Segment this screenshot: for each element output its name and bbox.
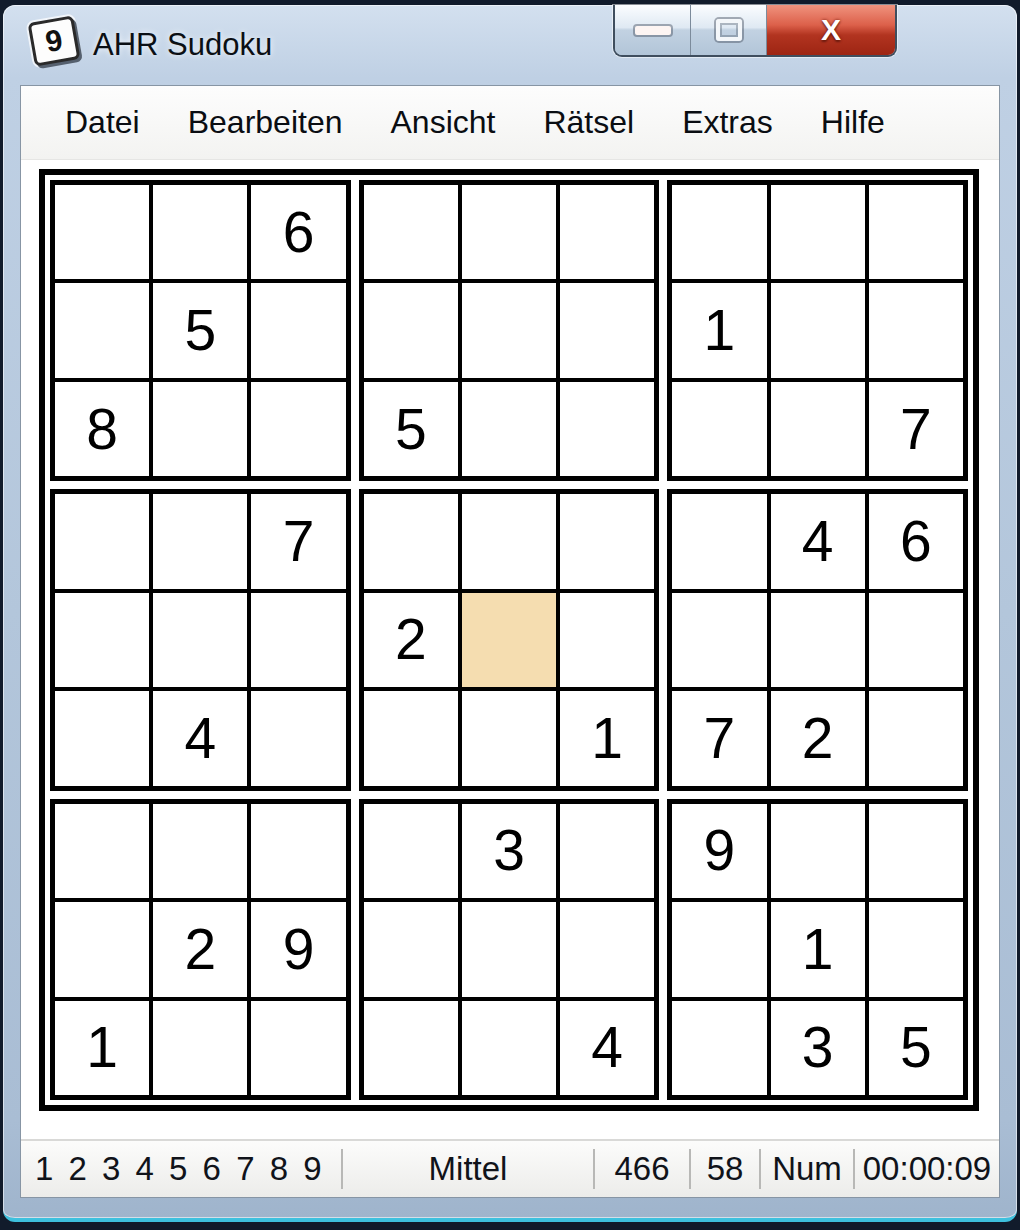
- sudoku-cell-r2c2[interactable]: 5: [153, 283, 247, 377]
- sudoku-cell-r9c5[interactable]: [462, 1001, 556, 1095]
- maximize-button[interactable]: [691, 5, 767, 55]
- sudoku-cell-r9c1[interactable]: 1: [55, 1001, 149, 1095]
- sudoku-cell-r6c6[interactable]: 1: [560, 691, 654, 785]
- sudoku-cell-r4c5[interactable]: [462, 494, 556, 588]
- window-controls: X: [613, 5, 897, 57]
- status-difficulty: Mittel: [343, 1141, 593, 1197]
- sudoku-cell-r1c4[interactable]: [364, 185, 458, 279]
- sudoku-cell-r6c7[interactable]: 7: [672, 691, 766, 785]
- sudoku-cell-r9c3[interactable]: [251, 1001, 345, 1095]
- sudoku-cell-r2c7[interactable]: 1: [672, 283, 766, 377]
- menu-item-datei[interactable]: Datei: [65, 104, 140, 141]
- menu-item-bearbeiten[interactable]: Bearbeiten: [188, 104, 343, 141]
- board-area: 65851774214672291349135: [21, 160, 999, 1139]
- status-numlock: Num: [761, 1141, 853, 1197]
- sudoku-cell-r3c6[interactable]: [560, 382, 654, 476]
- sudoku-cell-r4c4[interactable]: [364, 494, 458, 588]
- sudoku-cell-r3c4[interactable]: 5: [364, 382, 458, 476]
- sudoku-cell-r9c8[interactable]: 3: [771, 1001, 865, 1095]
- sudoku-cell-r8c2[interactable]: 2: [153, 902, 247, 996]
- sudoku-board: 65851774214672291349135: [39, 169, 979, 1111]
- sudoku-cell-r5c1[interactable]: [55, 593, 149, 687]
- sudoku-cell-r2c3[interactable]: [251, 283, 345, 377]
- sudoku-cell-r4c3[interactable]: 7: [251, 494, 345, 588]
- sudoku-cell-r6c2[interactable]: 4: [153, 691, 247, 785]
- sudoku-cell-r2c4[interactable]: [364, 283, 458, 377]
- sudoku-cell-r1c9[interactable]: [869, 185, 963, 279]
- sudoku-cell-r1c2[interactable]: [153, 185, 247, 279]
- sudoku-cell-r6c8[interactable]: 2: [771, 691, 865, 785]
- sudoku-cell-r2c1[interactable]: [55, 283, 149, 377]
- app-icon-digit: 9: [43, 23, 65, 59]
- sudoku-cell-r7c1[interactable]: [55, 804, 149, 898]
- sudoku-cell-r3c8[interactable]: [771, 382, 865, 476]
- sudoku-cell-r1c6[interactable]: [560, 185, 654, 279]
- sudoku-cell-r3c3[interactable]: [251, 382, 345, 476]
- sudoku-cell-r2c9[interactable]: [869, 283, 963, 377]
- sudoku-cell-r3c9[interactable]: 7: [869, 382, 963, 476]
- sudoku-cell-r8c3[interactable]: 9: [251, 902, 345, 996]
- status-bar: 1 2 3 4 5 6 7 8 9 Mittel 466 58 Num 00:0…: [21, 1139, 999, 1197]
- sudoku-cell-r2c6[interactable]: [560, 283, 654, 377]
- menu-item-ansicht[interactable]: Ansicht: [390, 104, 495, 141]
- sudoku-cell-r6c1[interactable]: [55, 691, 149, 785]
- menu-item-rtsel[interactable]: Rätsel: [543, 104, 634, 141]
- sudoku-cell-r1c5[interactable]: [462, 185, 556, 279]
- status-remaining-count: 58: [691, 1141, 759, 1197]
- sudoku-cell-r5c5-selected[interactable]: [462, 593, 556, 687]
- sudoku-cell-r3c7[interactable]: [672, 382, 766, 476]
- title-bar: 9 AHR Sudoku X: [3, 5, 1017, 85]
- sudoku-cell-r4c2[interactable]: [153, 494, 247, 588]
- sudoku-block-3-3: 9135: [667, 799, 968, 1100]
- status-timer: 00:00:09: [855, 1141, 999, 1197]
- sudoku-cell-r1c3[interactable]: 6: [251, 185, 345, 279]
- sudoku-cell-r7c8[interactable]: [771, 804, 865, 898]
- sudoku-cell-r9c7[interactable]: [672, 1001, 766, 1095]
- sudoku-block-1-2: 5: [359, 180, 660, 481]
- menu-item-hilfe[interactable]: Hilfe: [821, 104, 885, 141]
- sudoku-block-3-1: 291: [50, 799, 351, 1100]
- sudoku-cell-r4c9[interactable]: 6: [869, 494, 963, 588]
- sudoku-cell-r7c6[interactable]: [560, 804, 654, 898]
- maximize-icon: [716, 19, 742, 41]
- sudoku-cell-r2c5[interactable]: [462, 283, 556, 377]
- sudoku-block-1-3: 17: [667, 180, 968, 481]
- sudoku-cell-r6c4[interactable]: [364, 691, 458, 785]
- sudoku-cell-r8c8[interactable]: 1: [771, 902, 865, 996]
- window-title: AHR Sudoku: [93, 27, 272, 63]
- sudoku-cell-r8c5[interactable]: [462, 902, 556, 996]
- app-icon: 9: [28, 15, 81, 66]
- sudoku-cell-r5c9[interactable]: [869, 593, 963, 687]
- sudoku-cell-r5c7[interactable]: [672, 593, 766, 687]
- sudoku-block-2-2: 21: [359, 489, 660, 790]
- sudoku-cell-r7c3[interactable]: [251, 804, 345, 898]
- minimize-icon: [635, 26, 671, 35]
- sudoku-cell-r8c6[interactable]: [560, 902, 654, 996]
- menu-bar: DateiBearbeitenAnsichtRätselExtrasHilfe: [21, 86, 999, 160]
- sudoku-cell-r3c2[interactable]: [153, 382, 247, 476]
- sudoku-cell-r2c8[interactable]: [771, 283, 865, 377]
- close-icon: X: [821, 13, 841, 47]
- close-button[interactable]: X: [767, 5, 895, 55]
- sudoku-block-2-3: 4672: [667, 489, 968, 790]
- sudoku-cell-r6c9[interactable]: [869, 691, 963, 785]
- minimize-button[interactable]: [615, 5, 691, 55]
- sudoku-cell-r5c8[interactable]: [771, 593, 865, 687]
- status-number-list[interactable]: 1 2 3 4 5 6 7 8 9: [21, 1141, 341, 1197]
- sudoku-cell-r8c7[interactable]: [672, 902, 766, 996]
- sudoku-cell-r3c1[interactable]: 8: [55, 382, 149, 476]
- sudoku-cell-r7c2[interactable]: [153, 804, 247, 898]
- sudoku-cell-r9c9[interactable]: 5: [869, 1001, 963, 1095]
- sudoku-cell-r6c3[interactable]: [251, 691, 345, 785]
- sudoku-cell-r8c1[interactable]: [55, 902, 149, 996]
- sudoku-cell-r5c6[interactable]: [560, 593, 654, 687]
- sudoku-cell-r8c4[interactable]: [364, 902, 458, 996]
- sudoku-cell-r7c5[interactable]: 3: [462, 804, 556, 898]
- sudoku-block-3-2: 34: [359, 799, 660, 1100]
- sudoku-cell-r5c2[interactable]: [153, 593, 247, 687]
- sudoku-cell-r1c1[interactable]: [55, 185, 149, 279]
- sudoku-cell-r5c3[interactable]: [251, 593, 345, 687]
- sudoku-cell-r4c8[interactable]: 4: [771, 494, 865, 588]
- status-puzzle-number: 466: [595, 1141, 689, 1197]
- client-area: DateiBearbeitenAnsichtRätselExtrasHilfe …: [20, 85, 1000, 1198]
- app-window: 9 AHR Sudoku X DateiBearbeitenAnsichtRät…: [3, 5, 1017, 1222]
- sudoku-cell-r4c6[interactable]: [560, 494, 654, 588]
- sudoku-cell-r4c1[interactable]: [55, 494, 149, 588]
- sudoku-cell-r9c2[interactable]: [153, 1001, 247, 1095]
- sudoku-cell-r1c8[interactable]: [771, 185, 865, 279]
- sudoku-cell-r9c4[interactable]: [364, 1001, 458, 1095]
- sudoku-cell-r7c9[interactable]: [869, 804, 963, 898]
- sudoku-cell-r4c7[interactable]: [672, 494, 766, 588]
- sudoku-cell-r7c7[interactable]: 9: [672, 804, 766, 898]
- sudoku-block-2-1: 74: [50, 489, 351, 790]
- sudoku-cell-r3c5[interactable]: [462, 382, 556, 476]
- sudoku-cell-r9c6[interactable]: 4: [560, 1001, 654, 1095]
- menu-item-extras[interactable]: Extras: [682, 104, 773, 141]
- sudoku-cell-r5c4[interactable]: 2: [364, 593, 458, 687]
- sudoku-cell-r7c4[interactable]: [364, 804, 458, 898]
- sudoku-cell-r1c7[interactable]: [672, 185, 766, 279]
- sudoku-cell-r6c5[interactable]: [462, 691, 556, 785]
- sudoku-block-1-1: 658: [50, 180, 351, 481]
- sudoku-cell-r8c9[interactable]: [869, 902, 963, 996]
